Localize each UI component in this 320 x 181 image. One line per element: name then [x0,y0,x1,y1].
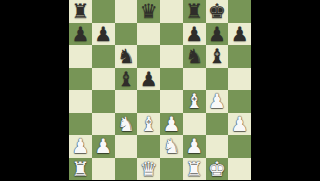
square-a5[interactable] [69,68,92,91]
square-d1[interactable]: ♛ [137,158,160,181]
piece-black-pawn[interactable]: ♟ [94,23,112,43]
piece-white-pawn[interactable]: ♟ [94,136,112,156]
square-h7[interactable]: ♟ [228,23,251,46]
piece-white-king[interactable]: ♚ [208,158,226,178]
square-f2[interactable]: ♟ [183,135,206,158]
square-c6[interactable]: ♞ [115,45,138,68]
square-b1[interactable] [92,158,115,181]
square-g6[interactable]: ♝ [206,45,229,68]
square-d5[interactable]: ♟ [137,68,160,91]
piece-black-king[interactable]: ♚ [208,1,226,21]
square-h4[interactable] [228,90,251,113]
square-d3[interactable]: ♝ [137,113,160,136]
square-d7[interactable] [137,23,160,46]
square-b8[interactable] [92,0,115,23]
square-f8[interactable]: ♜ [183,0,206,23]
square-c2[interactable] [115,135,138,158]
square-g8[interactable]: ♚ [206,0,229,23]
square-g3[interactable] [206,113,229,136]
piece-white-queen[interactable]: ♛ [140,158,158,178]
square-a3[interactable] [69,113,92,136]
piece-black-rook[interactable]: ♜ [185,1,203,21]
square-d4[interactable] [137,90,160,113]
piece-black-queen[interactable]: ♛ [140,1,158,21]
square-g1[interactable]: ♚ [206,158,229,181]
piece-black-knight[interactable]: ♞ [117,46,135,66]
piece-white-rook[interactable]: ♜ [185,158,203,178]
square-e3[interactable]: ♟ [160,113,183,136]
piece-black-pawn[interactable]: ♟ [140,68,158,88]
piece-black-pawn[interactable]: ♟ [71,23,89,43]
square-h6[interactable] [228,45,251,68]
square-f5[interactable] [183,68,206,91]
piece-white-pawn[interactable]: ♟ [185,136,203,156]
piece-white-bishop[interactable]: ♝ [140,113,158,133]
square-c8[interactable] [115,0,138,23]
piece-white-pawn[interactable]: ♟ [208,91,226,111]
square-d2[interactable] [137,135,160,158]
square-c1[interactable] [115,158,138,181]
square-f4[interactable]: ♝ [183,90,206,113]
square-a2[interactable]: ♟ [69,135,92,158]
square-e8[interactable] [160,0,183,23]
square-c4[interactable] [115,90,138,113]
square-e7[interactable] [160,23,183,46]
square-b4[interactable] [92,90,115,113]
square-f7[interactable]: ♟ [183,23,206,46]
piece-black-bishop[interactable]: ♝ [208,46,226,66]
piece-black-pawn[interactable]: ♟ [208,23,226,43]
piece-white-bishop[interactable]: ♝ [185,91,203,111]
square-f6[interactable]: ♞ [183,45,206,68]
square-h3[interactable]: ♟ [228,113,251,136]
letterbox-right [251,0,320,180]
square-h1[interactable] [228,158,251,181]
square-e5[interactable] [160,68,183,91]
square-c3[interactable]: ♞ [115,113,138,136]
letterbox-left [0,0,69,180]
square-h2[interactable] [228,135,251,158]
square-g2[interactable] [206,135,229,158]
square-a1[interactable]: ♜ [69,158,92,181]
square-e1[interactable] [160,158,183,181]
piece-white-pawn[interactable]: ♟ [231,113,249,133]
square-d8[interactable]: ♛ [137,0,160,23]
square-a8[interactable]: ♜ [69,0,92,23]
square-c5[interactable]: ♝ [115,68,138,91]
square-a4[interactable] [69,90,92,113]
square-f1[interactable]: ♜ [183,158,206,181]
square-c7[interactable] [115,23,138,46]
square-b7[interactable]: ♟ [92,23,115,46]
square-h8[interactable] [228,0,251,23]
square-h5[interactable] [228,68,251,91]
square-e6[interactable] [160,45,183,68]
square-g5[interactable] [206,68,229,91]
square-b5[interactable] [92,68,115,91]
piece-white-knight[interactable]: ♞ [162,136,180,156]
piece-white-pawn[interactable]: ♟ [162,113,180,133]
square-a7[interactable]: ♟ [69,23,92,46]
square-e2[interactable]: ♞ [160,135,183,158]
chess-board: ♜♛♜♚♟♟♟♟♟♞♞♝♝♟♝♟♞♝♟♟♟♟♞♟♜♛♜♚ [69,0,251,180]
piece-white-rook[interactable]: ♜ [71,158,89,178]
square-g4[interactable]: ♟ [206,90,229,113]
piece-white-pawn[interactable]: ♟ [71,136,89,156]
square-b2[interactable]: ♟ [92,135,115,158]
square-e4[interactable] [160,90,183,113]
square-b3[interactable] [92,113,115,136]
piece-black-pawn[interactable]: ♟ [185,23,203,43]
square-b6[interactable] [92,45,115,68]
piece-black-pawn[interactable]: ♟ [231,23,249,43]
square-f3[interactable] [183,113,206,136]
piece-white-knight[interactable]: ♞ [117,113,135,133]
piece-black-rook[interactable]: ♜ [71,1,89,21]
square-a6[interactable] [69,45,92,68]
chess-app-viewport: ♜♛♜♚♟♟♟♟♟♞♞♝♝♟♝♟♞♝♟♟♟♟♞♟♜♛♜♚ [0,0,320,180]
piece-black-knight[interactable]: ♞ [185,46,203,66]
square-g7[interactable]: ♟ [206,23,229,46]
piece-black-bishop[interactable]: ♝ [117,68,135,88]
square-d6[interactable] [137,45,160,68]
